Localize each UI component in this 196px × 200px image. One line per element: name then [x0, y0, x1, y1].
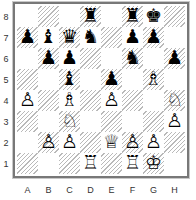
square-d2[interactable]: [80, 132, 101, 153]
chess-diagram: ♜♜♚♟♝♛♞♟♟♟♟♞♟♝♟♗♙♗♙♘♘♙♙♙♕♙♙♖♖♔ 87654321 …: [0, 0, 196, 200]
square-g6[interactable]: [143, 48, 164, 69]
piece-black-pawn[interactable]: ♟: [103, 69, 120, 88]
square-a7[interactable]: ♟: [17, 27, 38, 48]
square-a8[interactable]: [17, 6, 38, 27]
square-d7[interactable]: ♞: [80, 27, 101, 48]
piece-black-rook[interactable]: ♜: [82, 6, 99, 25]
file-label-d: D: [80, 183, 101, 197]
square-f7[interactable]: ♟: [122, 27, 143, 48]
piece-black-knight[interactable]: ♞: [82, 27, 99, 46]
square-f5[interactable]: [122, 69, 143, 90]
rank-label-8: 8: [1, 6, 11, 27]
square-a2[interactable]: [17, 132, 38, 153]
piece-white-pawn[interactable]: ♙: [145, 132, 162, 151]
piece-black-bishop[interactable]: ♝: [61, 69, 78, 88]
square-e4[interactable]: ♙: [101, 90, 122, 111]
piece-black-bishop[interactable]: ♝: [40, 27, 57, 46]
square-h4[interactable]: ♘: [164, 90, 185, 111]
square-a4[interactable]: ♙: [17, 90, 38, 111]
square-f4[interactable]: [122, 90, 143, 111]
piece-white-rook[interactable]: ♖: [124, 153, 141, 172]
square-g7[interactable]: ♟: [143, 27, 164, 48]
square-b7[interactable]: ♝: [38, 27, 59, 48]
square-h3[interactable]: ♙: [164, 111, 185, 132]
square-c1[interactable]: [59, 153, 80, 174]
square-d8[interactable]: ♜: [80, 6, 101, 27]
square-f2[interactable]: ♙: [122, 132, 143, 153]
square-a3[interactable]: [17, 111, 38, 132]
piece-black-pawn[interactable]: ♟: [166, 48, 183, 67]
square-b6[interactable]: ♟: [38, 48, 59, 69]
square-d4[interactable]: [80, 90, 101, 111]
square-a6[interactable]: [17, 48, 38, 69]
square-b3[interactable]: [38, 111, 59, 132]
square-h8[interactable]: [164, 6, 185, 27]
square-f3[interactable]: [122, 111, 143, 132]
square-b4[interactable]: [38, 90, 59, 111]
square-d6[interactable]: [80, 48, 101, 69]
square-b8[interactable]: [38, 6, 59, 27]
square-g4[interactable]: [143, 90, 164, 111]
square-e3[interactable]: [101, 111, 122, 132]
piece-white-bishop[interactable]: ♗: [145, 69, 162, 88]
piece-white-knight[interactable]: ♘: [61, 111, 78, 130]
square-a1[interactable]: [17, 153, 38, 174]
square-e7[interactable]: [101, 27, 122, 48]
rank-label-1: 1: [1, 153, 11, 174]
square-g1[interactable]: ♔: [143, 153, 164, 174]
piece-black-queen[interactable]: ♛: [61, 27, 78, 46]
square-a5[interactable]: [17, 69, 38, 90]
piece-black-rook[interactable]: ♜: [124, 6, 141, 25]
square-b2[interactable]: ♙: [38, 132, 59, 153]
rank-label-4: 4: [1, 90, 11, 111]
file-label-g: G: [143, 183, 164, 197]
piece-white-rook[interactable]: ♖: [82, 153, 99, 172]
square-d1[interactable]: ♖: [80, 153, 101, 174]
piece-white-pawn[interactable]: ♙: [19, 90, 36, 109]
square-g2[interactable]: ♙: [143, 132, 164, 153]
square-e8[interactable]: [101, 6, 122, 27]
square-h7[interactable]: [164, 27, 185, 48]
square-f1[interactable]: ♖: [122, 153, 143, 174]
piece-white-pawn[interactable]: ♙: [166, 111, 183, 130]
piece-white-king[interactable]: ♔: [145, 153, 162, 172]
square-g8[interactable]: ♚: [143, 6, 164, 27]
file-label-b: B: [38, 183, 59, 197]
square-c2[interactable]: ♙: [59, 132, 80, 153]
square-e6[interactable]: [101, 48, 122, 69]
piece-white-pawn[interactable]: ♙: [61, 132, 78, 151]
file-label-a: A: [17, 183, 38, 197]
rank-label-7: 7: [1, 27, 11, 48]
chess-board: ♜♜♚♟♝♛♞♟♟♟♟♞♟♝♟♗♙♗♙♘♘♙♙♙♕♙♙♖♖♔: [13, 2, 189, 178]
square-b1[interactable]: [38, 153, 59, 174]
piece-white-queen[interactable]: ♕: [103, 132, 120, 151]
piece-black-pawn[interactable]: ♟: [124, 27, 141, 46]
square-c5[interactable]: ♝: [59, 69, 80, 90]
square-h1[interactable]: [164, 153, 185, 174]
square-c8[interactable]: [59, 6, 80, 27]
square-h5[interactable]: [164, 69, 185, 90]
square-f6[interactable]: ♞: [122, 48, 143, 69]
square-g3[interactable]: [143, 111, 164, 132]
rank-label-5: 5: [1, 69, 11, 90]
square-d5[interactable]: [80, 69, 101, 90]
square-e1[interactable]: [101, 153, 122, 174]
piece-white-knight[interactable]: ♘: [166, 90, 183, 109]
square-h2[interactable]: [164, 132, 185, 153]
file-label-h: H: [164, 183, 185, 197]
square-b5[interactable]: [38, 69, 59, 90]
rank-label-2: 2: [1, 132, 11, 153]
piece-white-bishop[interactable]: ♗: [61, 90, 78, 109]
piece-black-pawn[interactable]: ♟: [145, 27, 162, 46]
file-label-e: E: [101, 183, 122, 197]
piece-black-pawn[interactable]: ♟: [19, 27, 36, 46]
piece-black-pawn[interactable]: ♟: [61, 48, 78, 67]
piece-black-knight[interactable]: ♞: [124, 48, 141, 67]
square-e5[interactable]: ♟: [101, 69, 122, 90]
square-c7[interactable]: ♛: [59, 27, 80, 48]
piece-white-pawn[interactable]: ♙: [124, 132, 141, 151]
file-label-c: C: [59, 183, 80, 197]
piece-black-king[interactable]: ♚: [145, 6, 162, 25]
square-h6[interactable]: ♟: [164, 48, 185, 69]
square-c3[interactable]: ♘: [59, 111, 80, 132]
square-g5[interactable]: ♗: [143, 69, 164, 90]
square-f8[interactable]: ♜: [122, 6, 143, 27]
piece-black-pawn[interactable]: ♟: [40, 48, 57, 67]
piece-white-pawn[interactable]: ♙: [40, 132, 57, 151]
file-label-f: F: [122, 183, 143, 197]
square-c4[interactable]: ♗: [59, 90, 80, 111]
rank-label-3: 3: [1, 111, 11, 132]
square-e2[interactable]: ♕: [101, 132, 122, 153]
rank-label-6: 6: [1, 48, 11, 69]
square-c6[interactable]: ♟: [59, 48, 80, 69]
square-d3[interactable]: [80, 111, 101, 132]
piece-white-pawn[interactable]: ♙: [103, 90, 120, 109]
